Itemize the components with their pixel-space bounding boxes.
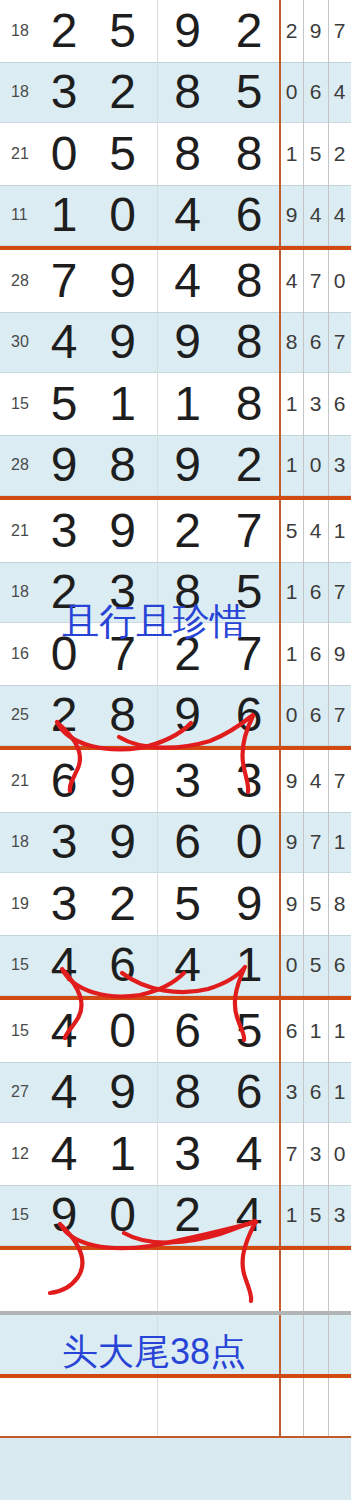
sum-cell: 15 <box>0 1206 40 1224</box>
extra-digit-cell: 7 <box>328 19 351 43</box>
sum-cell: 21 <box>0 145 40 163</box>
sum-cell: 21 <box>0 772 40 790</box>
digit-cell: 8 <box>93 691 152 739</box>
extra-digit-cell: 9 <box>280 892 303 916</box>
extra-digit-cell: 7 <box>328 330 351 354</box>
sum-cell: 19 <box>0 895 40 913</box>
column-separator-gray-1 <box>303 0 304 1436</box>
extra-digit-cell: 3 <box>328 1203 351 1227</box>
digit-cell: 5 <box>218 68 280 116</box>
draw-row: 28 7 9 4 8 4 7 0 <box>0 250 351 312</box>
digit-cell: 3 <box>157 1130 218 1178</box>
column-separator-orange <box>279 0 281 1436</box>
extra-digit-cell: 4 <box>303 519 328 543</box>
orange-divider <box>0 996 351 1000</box>
empty-tail-row <box>0 1250 351 1311</box>
extra-digit-cell: 6 <box>328 953 351 977</box>
digit-cell: 9 <box>157 7 218 55</box>
extra-digit-cell: 4 <box>328 203 351 227</box>
digit-cell: 4 <box>157 191 218 239</box>
digit-cell: 5 <box>157 880 218 928</box>
digit-cell: 0 <box>218 818 280 866</box>
extra-digit-cell: 1 <box>280 453 303 477</box>
digit-cell: 3 <box>35 68 93 116</box>
extra-digit-cell: 0 <box>328 1142 351 1166</box>
extra-digit-cell: 3 <box>328 453 351 477</box>
extra-digit-cell: 3 <box>280 1080 303 1104</box>
sum-cell: 18 <box>0 83 40 101</box>
extra-digit-cell: 6 <box>303 80 328 104</box>
extra-digit-cell: 8 <box>280 330 303 354</box>
digit-cell: 3 <box>35 507 93 555</box>
extra-digit-cell: 6 <box>303 580 328 604</box>
sum-cell: 11 <box>0 206 40 224</box>
digit-cell: 8 <box>218 257 280 305</box>
draw-row: 11 1 0 4 6 9 4 4 <box>0 185 351 247</box>
extra-digit-cell: 1 <box>328 1080 351 1104</box>
digit-cell: 9 <box>157 318 218 366</box>
digit-cell: 3 <box>157 757 218 805</box>
digit-cell: 6 <box>35 757 93 805</box>
extra-digit-cell: 1 <box>280 142 303 166</box>
extra-digit-cell: 9 <box>303 19 328 43</box>
gray-divider <box>0 1311 351 1315</box>
extra-digit-cell: 5 <box>303 142 328 166</box>
extra-digit-cell: 6 <box>280 1019 303 1043</box>
digit-cell: 4 <box>35 941 93 989</box>
draw-row: 18 3 2 8 5 0 6 4 <box>0 62 351 124</box>
extra-digit-cell: 5 <box>303 953 328 977</box>
extra-digit-cell: 0 <box>328 269 351 293</box>
digit-cell: 2 <box>93 880 152 928</box>
extra-digit-cell: 5 <box>280 519 303 543</box>
extra-digit-cell: 9 <box>280 830 303 854</box>
digit-cell: 8 <box>157 1068 218 1116</box>
digit-cell: 9 <box>218 880 280 928</box>
digit-cell: 6 <box>157 1007 218 1055</box>
digit-cell: 6 <box>93 941 152 989</box>
lottery-trend-chart: 18 2 5 9 2 2 9 7 18 3 2 8 5 0 6 4 21 0 5… <box>0 0 351 1500</box>
digit-cell: 1 <box>93 1130 152 1178</box>
extra-digit-cell: 0 <box>280 953 303 977</box>
extra-digit-cell: 4 <box>303 203 328 227</box>
sum-cell: 15 <box>0 956 40 974</box>
extra-digit-cell: 3 <box>303 392 328 416</box>
digit-cell: 3 <box>35 818 93 866</box>
extra-digit-cell: 1 <box>280 1203 303 1227</box>
extra-digit-cell: 4 <box>280 269 303 293</box>
digit-cell: 4 <box>35 1068 93 1116</box>
digit-cell: 4 <box>35 318 93 366</box>
digit-cell: 5 <box>218 1007 280 1055</box>
digit-cell: 8 <box>218 130 280 178</box>
extra-digit-cell: 1 <box>328 1019 351 1043</box>
digit-cell: 2 <box>35 691 93 739</box>
sum-cell: 18 <box>0 833 40 851</box>
draw-row: 12 4 1 3 4 7 3 0 <box>0 1123 351 1185</box>
draw-row: 21 0 5 8 8 1 5 2 <box>0 123 351 185</box>
digit-cell: 9 <box>93 318 152 366</box>
digit-cell: 9 <box>93 257 152 305</box>
digit-cell: 7 <box>35 257 93 305</box>
empty-white-row <box>0 1378 351 1436</box>
extra-digit-cell: 4 <box>328 80 351 104</box>
digit-cell: 2 <box>218 441 280 489</box>
digit-cell: 5 <box>93 7 152 55</box>
extra-digit-cell: 6 <box>303 703 328 727</box>
draw-row: 18 2 5 9 2 2 9 7 <box>0 0 351 62</box>
draw-row: 18 3 9 6 0 9 7 1 <box>0 812 351 874</box>
extra-digit-cell: 2 <box>280 19 303 43</box>
extra-digit-cell: 1 <box>280 580 303 604</box>
digit-cell: 3 <box>35 880 93 928</box>
digit-cell: 8 <box>157 130 218 178</box>
digit-cell: 2 <box>218 7 280 55</box>
extra-digit-cell: 2 <box>328 142 351 166</box>
digit-cell: 8 <box>157 68 218 116</box>
extra-digit-cell: 8 <box>328 892 351 916</box>
sum-cell: 15 <box>0 1022 40 1040</box>
extra-digit-cell: 0 <box>303 453 328 477</box>
orange-divider <box>0 1246 351 1250</box>
draw-row: 21 3 9 2 7 5 4 1 <box>0 500 351 562</box>
extra-digit-cell: 1 <box>280 392 303 416</box>
digit-cell: 4 <box>35 1007 93 1055</box>
digit-cell: 0 <box>93 1007 152 1055</box>
digit-cell: 1 <box>35 191 93 239</box>
draw-row: 15 4 6 4 1 0 5 6 <box>0 935 351 997</box>
digit-cell: 5 <box>93 130 152 178</box>
sum-cell: 12 <box>0 1145 40 1163</box>
digit-cell: 6 <box>218 1068 280 1116</box>
digit-cell: 3 <box>218 757 280 805</box>
extra-digit-cell: 1 <box>328 519 351 543</box>
extra-digit-cell: 6 <box>328 392 351 416</box>
digit-cell: 9 <box>157 441 218 489</box>
draw-row: 25 2 8 9 6 0 6 7 <box>0 685 351 747</box>
digit-cell: 4 <box>157 257 218 305</box>
draw-row: 28 9 8 9 2 1 0 3 <box>0 435 351 497</box>
digit-cell: 2 <box>35 7 93 55</box>
digit-cell: 4 <box>157 941 218 989</box>
sum-cell: 21 <box>0 522 40 540</box>
digit-cell: 4 <box>218 1130 280 1178</box>
digit-cell: 4 <box>35 1130 93 1178</box>
bottom-note-text: 头大尾38点 <box>62 1334 246 1370</box>
mid-note-text: 且行且珍惜 <box>62 602 247 643</box>
digit-cell: 0 <box>35 130 93 178</box>
extra-digit-cell: 0 <box>280 80 303 104</box>
extra-digit-cell: 7 <box>303 830 328 854</box>
extra-digit-cell: 1 <box>328 830 351 854</box>
sum-cell: 16 <box>0 645 40 663</box>
digit-cell: 7 <box>218 507 280 555</box>
extra-digit-cell: 7 <box>303 269 328 293</box>
column-separator-gray-2 <box>328 0 329 1436</box>
extra-digit-cell: 6 <box>303 330 328 354</box>
extra-digit-cell: 3 <box>303 1142 328 1166</box>
digit-cell: 9 <box>35 1191 93 1239</box>
extra-digit-cell: 9 <box>280 769 303 793</box>
extra-digit-cell: 7 <box>328 580 351 604</box>
sum-cell: 18 <box>0 583 40 601</box>
sum-cell: 18 <box>0 22 40 40</box>
draw-row: 15 4 0 6 5 6 1 1 <box>0 1000 351 1062</box>
orange-divider <box>0 496 351 500</box>
sum-cell: 27 <box>0 1083 40 1101</box>
digit-cell: 8 <box>218 318 280 366</box>
draw-row: 30 4 9 9 8 8 6 7 <box>0 312 351 374</box>
orange-divider-bottom <box>0 1374 351 1378</box>
extra-digit-cell: 9 <box>280 203 303 227</box>
extra-digit-cell: 7 <box>328 703 351 727</box>
draw-row: 19 3 2 5 9 9 5 8 <box>0 873 351 935</box>
digit-cell: 6 <box>218 191 280 239</box>
orange-divider <box>0 746 351 750</box>
extra-digit-cell: 0 <box>280 703 303 727</box>
extra-digit-cell: 7 <box>280 1142 303 1166</box>
digit-cell: 9 <box>35 441 93 489</box>
footer-band <box>0 1438 351 1500</box>
digit-cell: 0 <box>93 191 152 239</box>
digit-cell: 1 <box>218 941 280 989</box>
extra-digit-cell: 6 <box>303 1080 328 1104</box>
digit-cell: 0 <box>93 1191 152 1239</box>
draw-row: 27 4 9 8 6 3 6 1 <box>0 1062 351 1124</box>
digit-cell: 8 <box>218 380 280 428</box>
extra-digit-cell: 7 <box>328 769 351 793</box>
digit-cell: 2 <box>157 507 218 555</box>
digit-cell: 9 <box>93 507 152 555</box>
extra-digit-cell: 5 <box>303 892 328 916</box>
digit-cell: 9 <box>93 818 152 866</box>
digit-cell: 8 <box>93 441 152 489</box>
extra-digit-cell: 4 <box>303 769 328 793</box>
draw-row: 15 9 0 2 4 1 5 3 <box>0 1185 351 1247</box>
digit-cell: 9 <box>93 1068 152 1116</box>
sum-cell: 15 <box>0 395 40 413</box>
digit-cell: 2 <box>93 68 152 116</box>
draw-row: 15 5 1 1 8 1 3 6 <box>0 373 351 435</box>
digit-cell: 1 <box>157 380 218 428</box>
column-separator-middle <box>157 0 158 1436</box>
digit-cell: 2 <box>157 1191 218 1239</box>
digit-cell: 6 <box>157 818 218 866</box>
extra-digit-cell: 1 <box>303 1019 328 1043</box>
extra-digit-cell: 1 <box>280 642 303 666</box>
sum-cell: 28 <box>0 456 40 474</box>
digit-cell: 5 <box>35 380 93 428</box>
extra-digit-cell: 6 <box>303 642 328 666</box>
digit-cell: 9 <box>93 757 152 805</box>
digit-cell: 4 <box>218 1191 280 1239</box>
extra-digit-cell: 5 <box>303 1203 328 1227</box>
draw-row: 21 6 9 3 3 9 4 7 <box>0 750 351 812</box>
digit-cell: 6 <box>218 691 280 739</box>
digit-cell: 1 <box>93 380 152 428</box>
extra-digit-cell: 9 <box>328 642 351 666</box>
sum-cell: 30 <box>0 333 40 351</box>
sum-cell: 28 <box>0 272 40 290</box>
orange-divider <box>0 246 351 250</box>
sum-cell: 25 <box>0 706 40 724</box>
digit-cell: 9 <box>157 691 218 739</box>
